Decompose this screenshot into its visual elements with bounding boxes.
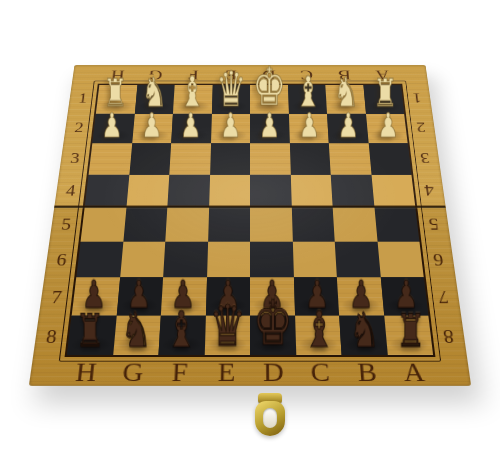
square-g8[interactable]: ♞ xyxy=(113,315,161,355)
square-e8[interactable]: ♛ xyxy=(204,315,250,355)
rank-label-right: 6 xyxy=(421,242,455,278)
piece-white-pawn-c2[interactable]: ♟ xyxy=(292,110,327,142)
chess-board[interactable]: HGFEDCBA HGFEDCBA 12345678 12345678 ♜♞♝♛… xyxy=(29,65,471,386)
square-c3[interactable] xyxy=(289,143,330,174)
square-a3[interactable] xyxy=(368,143,411,174)
square-f8[interactable]: ♝ xyxy=(158,315,205,355)
rank-label-right: 7 xyxy=(426,278,461,316)
piece-white-pawn-e2[interactable]: ♟ xyxy=(213,110,248,142)
square-e5[interactable] xyxy=(208,207,250,241)
square-d3[interactable] xyxy=(250,143,290,174)
square-h8[interactable]: ♜ xyxy=(67,315,116,355)
square-d8[interactable]: ♚ xyxy=(250,315,296,355)
file-labels-bottom: HGFEDCBA xyxy=(61,357,439,386)
square-d2[interactable]: ♟ xyxy=(250,114,289,144)
product-photo-scene: HGFEDCBA HGFEDCBA 12345678 12345678 ♜♞♝♛… xyxy=(0,0,500,471)
square-e3[interactable] xyxy=(210,143,250,174)
square-h4[interactable] xyxy=(85,174,129,207)
square-e2[interactable]: ♟ xyxy=(211,114,250,144)
rank-label-left: 1 xyxy=(68,84,98,113)
file-label-bottom: B xyxy=(343,357,392,386)
rank-label-left: 4 xyxy=(54,174,87,207)
square-g4[interactable] xyxy=(126,174,169,207)
board-wrap: HGFEDCBA HGFEDCBA 12345678 12345678 ♜♞♝♛… xyxy=(29,65,471,386)
piece-white-pawn-b2[interactable]: ♟ xyxy=(331,110,366,142)
square-c2[interactable]: ♟ xyxy=(289,114,329,144)
rank-label-right: 1 xyxy=(402,84,432,113)
square-g5[interactable] xyxy=(123,207,167,241)
square-f4[interactable] xyxy=(167,174,209,207)
file-label-bottom: G xyxy=(108,357,157,386)
rank-label-left: 5 xyxy=(49,207,82,242)
file-label-bottom: C xyxy=(296,357,344,386)
square-d4[interactable] xyxy=(250,174,291,207)
rank-label-right: 5 xyxy=(417,207,450,242)
piece-white-pawn-f2[interactable]: ♟ xyxy=(174,110,209,142)
square-f2[interactable]: ♟ xyxy=(171,114,211,144)
file-label-bottom: D xyxy=(250,357,297,386)
piece-black-knight-g8[interactable]: ♞ xyxy=(115,307,155,353)
square-h3[interactable] xyxy=(89,143,132,174)
square-f5[interactable] xyxy=(165,207,208,241)
rank-label-left: 8 xyxy=(33,317,70,357)
piece-white-pawn-g2[interactable]: ♟ xyxy=(134,110,169,142)
piece-white-pawn-h2[interactable]: ♟ xyxy=(95,110,130,142)
clasp-ring-hole xyxy=(263,408,277,428)
square-b5[interactable] xyxy=(333,207,377,241)
square-d5[interactable] xyxy=(250,207,292,241)
rank-label-right: 4 xyxy=(413,174,446,207)
brass-clasp xyxy=(252,393,288,445)
file-label-bottom: A xyxy=(389,357,439,386)
square-b2[interactable]: ♟ xyxy=(327,114,368,144)
square-b3[interactable] xyxy=(329,143,371,174)
square-c8[interactable]: ♝ xyxy=(295,315,342,355)
rank-label-right: 3 xyxy=(409,143,441,174)
square-a8[interactable]: ♜ xyxy=(384,315,433,355)
square-h5[interactable] xyxy=(81,207,126,241)
piece-white-pawn-a2[interactable]: ♟ xyxy=(370,110,405,142)
rank-label-left: 2 xyxy=(63,113,94,143)
piece-black-bishop-f8[interactable]: ♝ xyxy=(161,306,201,353)
square-c5[interactable] xyxy=(291,207,334,241)
piece-white-pawn-d2[interactable]: ♟ xyxy=(252,110,287,142)
square-a4[interactable] xyxy=(371,174,415,207)
file-label-bottom: H xyxy=(61,357,111,386)
clasp-ring xyxy=(255,401,285,436)
piece-black-rook-h8[interactable]: ♜ xyxy=(70,310,110,353)
rank-label-left: 3 xyxy=(59,143,91,174)
piece-black-queen-e8[interactable]: ♛ xyxy=(207,299,247,353)
piece-black-bishop-c8[interactable]: ♝ xyxy=(298,306,338,353)
square-a2[interactable]: ♟ xyxy=(366,114,408,144)
square-g2[interactable]: ♟ xyxy=(132,114,173,144)
rank-label-right: 8 xyxy=(431,317,468,357)
square-h2[interactable]: ♟ xyxy=(92,114,134,144)
squares-grid[interactable]: ♜♞♝♛♚♝♞♜♟♟♟♟♟♟♟♟♟♟♟♟♟♟♟♟♜♞♝♛♚♝♞♜ xyxy=(65,84,436,357)
square-f3[interactable] xyxy=(169,143,210,174)
square-e4[interactable] xyxy=(209,174,250,207)
piece-black-king-d8[interactable]: ♚ xyxy=(253,294,293,353)
piece-black-knight-b8[interactable]: ♞ xyxy=(344,307,384,353)
rank-label-left: 6 xyxy=(44,242,78,278)
file-label-bottom: F xyxy=(156,357,204,386)
square-c4[interactable] xyxy=(290,174,332,207)
piece-black-rook-a8[interactable]: ♜ xyxy=(390,310,430,353)
file-label-bottom: E xyxy=(203,357,250,386)
square-a5[interactable] xyxy=(374,207,419,241)
square-b8[interactable]: ♞ xyxy=(339,315,387,355)
square-g3[interactable] xyxy=(129,143,171,174)
square-b4[interactable] xyxy=(331,174,374,207)
rank-label-right: 2 xyxy=(406,113,437,143)
